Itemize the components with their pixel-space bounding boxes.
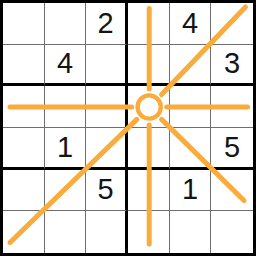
cell-r3c4[interactable] bbox=[128, 86, 170, 128]
cell-r2c2[interactable]: 4 bbox=[45, 45, 87, 87]
cell-r6c3[interactable] bbox=[86, 211, 128, 253]
cell-r5c5[interactable]: 1 bbox=[170, 170, 212, 212]
cell-r5c2[interactable] bbox=[45, 170, 87, 212]
cell-r5c4[interactable] bbox=[128, 170, 170, 212]
cell-r1c6[interactable] bbox=[211, 3, 253, 45]
cell-r5c3[interactable]: 5 bbox=[86, 170, 128, 212]
cell-r3c3[interactable] bbox=[86, 86, 128, 128]
cell-r1c2[interactable] bbox=[45, 3, 87, 45]
cell-r4c1[interactable] bbox=[3, 128, 45, 170]
cell-r1c5[interactable]: 4 bbox=[170, 3, 212, 45]
cell-r2c1[interactable] bbox=[3, 45, 45, 87]
cell-r3c6[interactable] bbox=[211, 86, 253, 128]
cell-r6c2[interactable] bbox=[45, 211, 87, 253]
cell-r2c6[interactable]: 3 bbox=[211, 45, 253, 87]
cell-r6c1[interactable] bbox=[3, 211, 45, 253]
given-digit: 5 bbox=[98, 175, 114, 204]
sudoku-board: 24431551 bbox=[0, 0, 256, 256]
cell-r3c2[interactable] bbox=[45, 86, 87, 128]
cell-r3c1[interactable] bbox=[3, 86, 45, 128]
cell-r2c4[interactable] bbox=[128, 45, 170, 87]
cell-r4c5[interactable] bbox=[170, 128, 212, 170]
cell-r3c5[interactable] bbox=[170, 86, 212, 128]
given-digit: 1 bbox=[57, 133, 73, 162]
cell-r6c6[interactable] bbox=[211, 211, 253, 253]
cell-r4c2[interactable]: 1 bbox=[45, 128, 87, 170]
puzzle-screenshot: 24431551 bbox=[0, 0, 256, 256]
cell-r5c6[interactable] bbox=[211, 170, 253, 212]
given-digit: 4 bbox=[182, 9, 198, 38]
given-digit: 3 bbox=[224, 49, 240, 78]
given-digit: 1 bbox=[182, 175, 198, 204]
cell-r1c3[interactable]: 2 bbox=[86, 3, 128, 45]
cell-r4c4[interactable] bbox=[128, 128, 170, 170]
given-digit: 4 bbox=[57, 49, 73, 78]
cell-r6c4[interactable] bbox=[128, 211, 170, 253]
cell-r2c3[interactable] bbox=[86, 45, 128, 87]
cell-r1c4[interactable] bbox=[128, 3, 170, 45]
cell-r6c5[interactable] bbox=[170, 211, 212, 253]
given-digit: 2 bbox=[98, 9, 114, 38]
cell-r1c1[interactable] bbox=[3, 3, 45, 45]
cell-r5c1[interactable] bbox=[3, 170, 45, 212]
given-digit: 5 bbox=[224, 133, 240, 162]
cell-r4c6[interactable]: 5 bbox=[211, 128, 253, 170]
cell-r2c5[interactable] bbox=[170, 45, 212, 87]
cell-r4c3[interactable] bbox=[86, 128, 128, 170]
